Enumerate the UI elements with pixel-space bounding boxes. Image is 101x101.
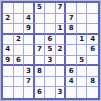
- cell-r6c8[interactable]: 5: [77, 56, 88, 67]
- cell-r6c5[interactable]: 3: [45, 56, 56, 67]
- cell-r3c6[interactable]: 1: [56, 24, 67, 35]
- cell-r7c2[interactable]: [14, 66, 25, 77]
- sudoku-board: 57247918261447526963538674863: [1, 1, 100, 100]
- cell-r1c9[interactable]: [87, 3, 98, 14]
- cell-r9c5[interactable]: [45, 87, 56, 98]
- cell-r1c1[interactable]: [3, 3, 14, 14]
- cell-r1c8[interactable]: [77, 3, 88, 14]
- cell-r2c5[interactable]: [45, 14, 56, 25]
- cell-r7c8[interactable]: [77, 66, 88, 77]
- cell-r3c2[interactable]: [14, 24, 25, 35]
- cell-r6c1[interactable]: 9: [3, 56, 14, 67]
- cell-r7c5[interactable]: [45, 66, 56, 77]
- cell-r9c3[interactable]: [24, 87, 35, 98]
- cell-r8c8[interactable]: [77, 77, 88, 88]
- cell-r9c9[interactable]: [87, 87, 98, 98]
- cell-r9c6[interactable]: 3: [56, 87, 67, 98]
- cell-r5c2[interactable]: [14, 45, 25, 56]
- cell-r7c1[interactable]: [3, 66, 14, 77]
- cell-r4c7[interactable]: [66, 35, 77, 46]
- cell-r2c1[interactable]: 2: [3, 14, 14, 25]
- cell-r7c4[interactable]: 8: [35, 66, 46, 77]
- cell-r5c6[interactable]: 2: [56, 45, 67, 56]
- cell-r1c3[interactable]: [24, 3, 35, 14]
- cell-r4c3[interactable]: [24, 35, 35, 46]
- cell-r8c9[interactable]: 8: [87, 77, 98, 88]
- cell-r8c6[interactable]: [56, 77, 67, 88]
- cell-r9c1[interactable]: [3, 87, 14, 98]
- cell-r5c8[interactable]: [77, 45, 88, 56]
- cell-r3c5[interactable]: [45, 24, 56, 35]
- cell-r4c4[interactable]: [35, 35, 46, 46]
- cell-r2c9[interactable]: [87, 14, 98, 25]
- cell-r6c9[interactable]: [87, 56, 98, 67]
- cell-r6c4[interactable]: [35, 56, 46, 67]
- cell-r1c4[interactable]: 5: [35, 3, 46, 14]
- cell-r7c9[interactable]: [87, 66, 98, 77]
- cell-r3c3[interactable]: 9: [24, 24, 35, 35]
- cell-r6c2[interactable]: 6: [14, 56, 25, 67]
- cell-r9c8[interactable]: [77, 87, 88, 98]
- cell-r2c7[interactable]: 7: [66, 14, 77, 25]
- cell-r5c5[interactable]: 5: [45, 45, 56, 56]
- cell-r1c7[interactable]: [66, 3, 77, 14]
- cell-r3c8[interactable]: [77, 24, 88, 35]
- cell-r5c9[interactable]: 6: [87, 45, 98, 56]
- cell-r3c9[interactable]: [87, 24, 98, 35]
- cell-r9c2[interactable]: [14, 87, 25, 98]
- cell-r2c8[interactable]: [77, 14, 88, 25]
- cell-r2c2[interactable]: [14, 14, 25, 25]
- cell-r3c1[interactable]: [3, 24, 14, 35]
- cell-r8c2[interactable]: [14, 77, 25, 88]
- cell-r1c6[interactable]: 7: [56, 3, 67, 14]
- cell-r7c7[interactable]: 6: [66, 66, 77, 77]
- cell-r8c3[interactable]: 7: [24, 77, 35, 88]
- cell-r1c5[interactable]: [45, 3, 56, 14]
- cell-r7c6[interactable]: [56, 66, 67, 77]
- cell-r5c3[interactable]: [24, 45, 35, 56]
- cell-r8c1[interactable]: [3, 77, 14, 88]
- cell-r4c8[interactable]: 1: [77, 35, 88, 46]
- cell-r8c4[interactable]: [35, 77, 46, 88]
- cell-r2c6[interactable]: [56, 14, 67, 25]
- cell-r8c5[interactable]: [45, 77, 56, 88]
- cell-r9c7[interactable]: [66, 87, 77, 98]
- cell-r4c9[interactable]: 4: [87, 35, 98, 46]
- cell-r5c4[interactable]: 7: [35, 45, 46, 56]
- cell-r3c4[interactable]: [35, 24, 46, 35]
- cell-r2c3[interactable]: 4: [24, 14, 35, 25]
- cell-r6c6[interactable]: [56, 56, 67, 67]
- cell-r4c1[interactable]: [3, 35, 14, 46]
- cell-r7c3[interactable]: 3: [24, 66, 35, 77]
- cell-r8c7[interactable]: 4: [66, 77, 77, 88]
- cell-r2c4[interactable]: [35, 14, 46, 25]
- cell-r9c4[interactable]: 6: [35, 87, 46, 98]
- cell-r4c6[interactable]: [56, 35, 67, 46]
- cell-r6c3[interactable]: [24, 56, 35, 67]
- cell-r4c5[interactable]: 6: [45, 35, 56, 46]
- cell-r1c2[interactable]: [14, 3, 25, 14]
- cell-r4c2[interactable]: 2: [14, 35, 25, 46]
- cell-r5c1[interactable]: 4: [3, 45, 14, 56]
- cell-r6c7[interactable]: [66, 56, 77, 67]
- cell-r5c7[interactable]: [66, 45, 77, 56]
- cell-r3c7[interactable]: 8: [66, 24, 77, 35]
